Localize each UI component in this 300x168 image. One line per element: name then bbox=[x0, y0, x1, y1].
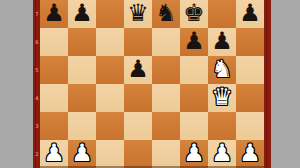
square-d3[interactable] bbox=[124, 112, 152, 140]
square-e4[interactable] bbox=[152, 84, 180, 112]
black-pawn-g6: ♟ bbox=[211, 27, 233, 55]
square-c5[interactable] bbox=[96, 56, 124, 84]
square-a7[interactable]: ♟ bbox=[40, 0, 68, 28]
board-frame-left-edge: 765432 bbox=[33, 0, 40, 168]
square-e3[interactable] bbox=[152, 112, 180, 140]
rank-label-2: 2 bbox=[33, 140, 40, 168]
square-a4[interactable] bbox=[40, 84, 68, 112]
square-d6[interactable] bbox=[124, 28, 152, 56]
square-h3[interactable] bbox=[236, 112, 264, 140]
square-g7[interactable] bbox=[208, 0, 236, 28]
rank-label-6: 6 bbox=[33, 28, 40, 56]
square-g6[interactable]: ♟ bbox=[208, 28, 236, 56]
black-pawn-d5: ♟ bbox=[127, 55, 149, 83]
rank-label-4: 4 bbox=[33, 84, 40, 112]
rank-label-7: 7 bbox=[33, 0, 40, 28]
square-h6[interactable] bbox=[236, 28, 264, 56]
square-e7[interactable]: ♞ bbox=[152, 0, 180, 28]
square-g3[interactable] bbox=[208, 112, 236, 140]
square-f2[interactable]: ♟ bbox=[180, 140, 208, 168]
rank-label-5: 5 bbox=[33, 56, 40, 84]
square-b5[interactable] bbox=[68, 56, 96, 84]
square-e2[interactable] bbox=[152, 140, 180, 168]
square-h2[interactable]: ♟ bbox=[236, 140, 264, 168]
black-knight-e7: ♞ bbox=[155, 0, 177, 27]
white-pawn-g2: ♟ bbox=[211, 139, 233, 167]
square-f6[interactable]: ♟ bbox=[180, 28, 208, 56]
square-d7[interactable]: ♛ bbox=[124, 0, 152, 28]
square-d4[interactable] bbox=[124, 84, 152, 112]
square-b2[interactable]: ♟ bbox=[68, 140, 96, 168]
white-queen-g4: ♛ bbox=[211, 83, 233, 111]
square-a6[interactable] bbox=[40, 28, 68, 56]
square-d2[interactable] bbox=[124, 140, 152, 168]
square-c3[interactable] bbox=[96, 112, 124, 140]
square-e6[interactable] bbox=[152, 28, 180, 56]
square-b3[interactable] bbox=[68, 112, 96, 140]
square-g2[interactable]: ♟ bbox=[208, 140, 236, 168]
white-pawn-h2: ♟ bbox=[239, 139, 261, 167]
square-b7[interactable]: ♟ bbox=[68, 0, 96, 28]
square-c2[interactable] bbox=[96, 140, 124, 168]
white-pawn-b2: ♟ bbox=[71, 139, 93, 167]
square-a5[interactable] bbox=[40, 56, 68, 84]
board-frame-right-edge bbox=[264, 0, 271, 168]
square-h5[interactable] bbox=[236, 56, 264, 84]
black-pawn-a7: ♟ bbox=[43, 0, 65, 27]
square-b6[interactable] bbox=[68, 28, 96, 56]
square-a3[interactable] bbox=[40, 112, 68, 140]
square-e5[interactable] bbox=[152, 56, 180, 84]
square-f4[interactable] bbox=[180, 84, 208, 112]
black-pawn-b7: ♟ bbox=[71, 0, 93, 27]
square-b4[interactable] bbox=[68, 84, 96, 112]
rank-label-3: 3 bbox=[33, 112, 40, 140]
square-c7[interactable] bbox=[96, 0, 124, 28]
white-pawn-a2: ♟ bbox=[43, 139, 65, 167]
square-h7[interactable]: ♟ bbox=[236, 0, 264, 28]
white-knight-g5: ♞ bbox=[211, 55, 233, 83]
white-pawn-f2: ♟ bbox=[183, 139, 205, 167]
square-a2[interactable]: ♟ bbox=[40, 140, 68, 168]
board-frame: 765432 ♟♟♛♞♚♟♟♟♟♞♛♟♟♟♟♟ bbox=[33, 0, 271, 168]
black-king-f7: ♚ bbox=[183, 0, 205, 27]
chess-screenshot: 765432 ♟♟♛♞♚♟♟♟♟♞♛♟♟♟♟♟ bbox=[0, 0, 300, 168]
square-f3[interactable] bbox=[180, 112, 208, 140]
black-queen-d7: ♛ bbox=[127, 0, 149, 27]
black-pawn-f6: ♟ bbox=[183, 27, 205, 55]
square-h4[interactable] bbox=[236, 84, 264, 112]
square-f5[interactable] bbox=[180, 56, 208, 84]
square-d5[interactable]: ♟ bbox=[124, 56, 152, 84]
square-c6[interactable] bbox=[96, 28, 124, 56]
square-c4[interactable] bbox=[96, 84, 124, 112]
chess-board: ♟♟♛♞♚♟♟♟♟♞♛♟♟♟♟♟ bbox=[40, 0, 264, 168]
square-g5[interactable]: ♞ bbox=[208, 56, 236, 84]
square-f7[interactable]: ♚ bbox=[180, 0, 208, 28]
square-g4[interactable]: ♛ bbox=[208, 84, 236, 112]
black-pawn-h7: ♟ bbox=[239, 0, 261, 27]
